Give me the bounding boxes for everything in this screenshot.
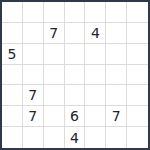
grid-cell-r5c4[interactable] <box>65 85 86 106</box>
given-digit: 4 <box>91 26 100 40</box>
grid-cell-r3c5[interactable] <box>85 44 106 65</box>
given-digit: 7 <box>49 26 58 40</box>
grid-cell-r1c6[interactable] <box>106 2 127 23</box>
grid-cell-r7c6[interactable] <box>106 127 127 148</box>
grid-cell-r2c1[interactable] <box>2 23 23 44</box>
grid-cell-r3c3[interactable] <box>44 44 65 65</box>
grid-cell-r7c5[interactable] <box>85 127 106 148</box>
grid-cell-r4c6[interactable] <box>106 65 127 86</box>
grid-cell-r4c2[interactable] <box>23 65 44 86</box>
grid-cell-r4c3[interactable] <box>44 65 65 86</box>
grid-cell-r2c3[interactable]: 7 <box>44 23 65 44</box>
grid-cell-r4c4[interactable] <box>65 65 86 86</box>
grid-cell-r5c1[interactable] <box>2 85 23 106</box>
grid-cell-r2c7[interactable] <box>127 23 148 44</box>
grid-cell-r5c6[interactable] <box>106 85 127 106</box>
grid-cell-r5c3[interactable] <box>44 85 65 106</box>
grid-cell-r7c2[interactable] <box>23 127 44 148</box>
given-digit: 7 <box>28 88 37 102</box>
grid-cell-r6c7[interactable] <box>127 106 148 127</box>
grid-cell-r2c2[interactable] <box>23 23 44 44</box>
grid-cell-r6c5[interactable] <box>85 106 106 127</box>
grid-cell-r4c7[interactable] <box>127 65 148 86</box>
grid-cell-r1c7[interactable] <box>127 2 148 23</box>
grid-cell-r7c4[interactable]: 4 <box>65 127 86 148</box>
grid-cell-r5c2[interactable]: 7 <box>23 85 44 106</box>
grid-cell-r6c6[interactable]: 7 <box>106 106 127 127</box>
grid-cell-r7c3[interactable] <box>44 127 65 148</box>
grid-cell-r2c5[interactable]: 4 <box>85 23 106 44</box>
grid-cell-r1c3[interactable] <box>44 2 65 23</box>
puzzle-board: 74577674 <box>0 0 150 150</box>
grid-cell-r1c2[interactable] <box>23 2 44 23</box>
grid-cell-r1c1[interactable] <box>2 2 23 23</box>
grid-cell-r3c1[interactable]: 5 <box>2 44 23 65</box>
grid-cell-r6c4[interactable]: 6 <box>65 106 86 127</box>
given-digit: 7 <box>112 109 121 123</box>
grid-cell-r3c4[interactable] <box>65 44 86 65</box>
grid-cell-r3c2[interactable] <box>23 44 44 65</box>
grid-cell-r3c7[interactable] <box>127 44 148 65</box>
grid-cell-r6c1[interactable] <box>2 106 23 127</box>
grid-cell-r5c5[interactable] <box>85 85 106 106</box>
grid-cell-r2c4[interactable] <box>65 23 86 44</box>
grid-cell-r2c6[interactable] <box>106 23 127 44</box>
grid-cell-r1c5[interactable] <box>85 2 106 23</box>
given-digit: 4 <box>70 131 79 145</box>
given-digit: 5 <box>7 47 16 61</box>
given-digit: 6 <box>70 109 79 123</box>
grid-cell-r5c7[interactable] <box>127 85 148 106</box>
given-digit: 7 <box>28 109 37 123</box>
grid-cell-r6c3[interactable] <box>44 106 65 127</box>
grid-cell-r3c6[interactable] <box>106 44 127 65</box>
grid-cell-r6c2[interactable]: 7 <box>23 106 44 127</box>
grid-cell-r4c5[interactable] <box>85 65 106 86</box>
grid-cell-r7c7[interactable] <box>127 127 148 148</box>
grid-cell-r1c4[interactable] <box>65 2 86 23</box>
grid-cell-r7c1[interactable] <box>2 127 23 148</box>
grid-cell-r4c1[interactable] <box>2 65 23 86</box>
